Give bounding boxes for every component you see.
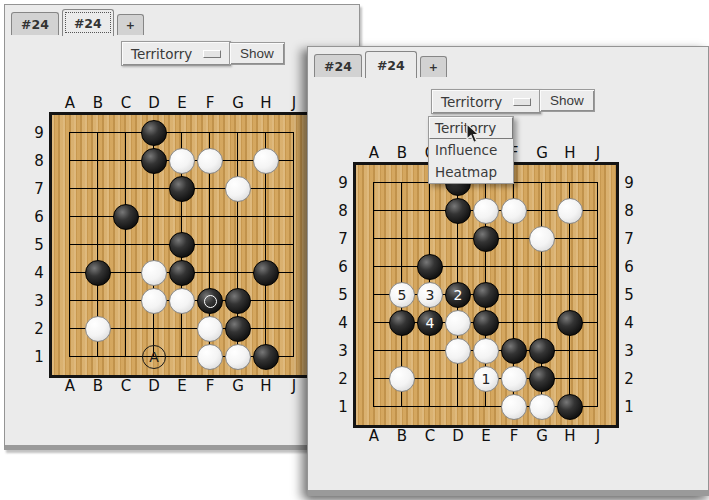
stone-white-B5: 5 — [389, 282, 415, 308]
stone-black-D8 — [445, 198, 471, 224]
tab-24-first[interactable]: #24 — [314, 54, 362, 77]
stone-white-D3 — [141, 288, 167, 314]
stone-black-E7 — [169, 176, 195, 202]
show-button[interactable]: Show — [539, 89, 595, 112]
point-C2[interactable] — [416, 365, 444, 393]
coord-label-C: C — [416, 428, 444, 445]
stone-white-B2 — [85, 316, 111, 342]
point-H6[interactable] — [556, 253, 584, 281]
point-A9[interactable] — [360, 169, 388, 197]
stone-white-H8 — [253, 148, 279, 174]
point-J6[interactable] — [584, 253, 612, 281]
point-D4[interactable] — [444, 309, 472, 337]
point-J2[interactable] — [584, 365, 612, 393]
point-E3[interactable] — [472, 337, 500, 365]
point-B4[interactable] — [388, 309, 416, 337]
stone-white-B2 — [389, 366, 415, 392]
move-number-label-C5: 3 — [426, 287, 435, 303]
point-F3[interactable] — [500, 337, 528, 365]
coord-label-7: 7 — [29, 175, 49, 203]
point-J9[interactable] — [584, 169, 612, 197]
point-H9[interactable] — [252, 119, 280, 147]
point-F8[interactable] — [500, 197, 528, 225]
column-labels-bottom: ABCDEFGHJ — [56, 378, 335, 395]
coord-label-7: 7 — [619, 225, 639, 253]
point-A2[interactable] — [56, 315, 84, 343]
stone-black-C4: 4 — [417, 310, 443, 336]
coord-label-J: J — [280, 95, 308, 112]
point-D6[interactable] — [140, 203, 168, 231]
coord-label-2: 2 — [29, 315, 49, 343]
stone-white-F1 — [197, 344, 223, 370]
point-D5[interactable]: 2 — [444, 281, 472, 309]
point-A7[interactable] — [360, 225, 388, 253]
point-D8[interactable] — [140, 147, 168, 175]
row-labels-right: 987654321 — [619, 162, 639, 421]
stone-black-G2 — [225, 316, 251, 342]
point-F4[interactable] — [500, 309, 528, 337]
point-E5[interactable] — [472, 281, 500, 309]
coord-label-8: 8 — [29, 147, 49, 175]
move-number-label-C4: 4 — [426, 315, 435, 331]
point-C4[interactable] — [112, 259, 140, 287]
point-B5[interactable] — [84, 231, 112, 259]
point-E1[interactable] — [168, 343, 196, 371]
point-C5[interactable] — [112, 231, 140, 259]
point-F5[interactable] — [500, 281, 528, 309]
point-D1[interactable] — [444, 393, 472, 421]
stone-black-C6 — [417, 254, 443, 280]
tab-bar: #24#24+ — [308, 47, 708, 76]
point-B4[interactable] — [84, 259, 112, 287]
coord-label-A: A — [360, 145, 388, 162]
column-labels-top: ABCDEFGHJ — [56, 95, 335, 112]
tab-24-first[interactable]: #24 — [11, 12, 59, 35]
point-F2[interactable] — [196, 315, 224, 343]
coord-label-7: 7 — [333, 225, 353, 253]
point-D9[interactable] — [140, 119, 168, 147]
show-button[interactable]: Show — [229, 42, 285, 65]
point-H7[interactable] — [252, 175, 280, 203]
point-J1[interactable] — [584, 393, 612, 421]
point-A6[interactable] — [56, 203, 84, 231]
point-A9[interactable] — [56, 119, 84, 147]
point-H5[interactable] — [252, 231, 280, 259]
stone-white-D4 — [445, 310, 471, 336]
point-D2[interactable] — [444, 365, 472, 393]
point-F1[interactable] — [196, 343, 224, 371]
point-B1[interactable] — [84, 343, 112, 371]
point-J8[interactable] — [280, 147, 308, 175]
point-C2[interactable] — [112, 315, 140, 343]
point-G5[interactable] — [528, 281, 556, 309]
coord-label-A: A — [360, 428, 388, 445]
tab-24-second-active[interactable]: #24 — [62, 9, 114, 36]
tab-24-second-active[interactable]: #24 — [365, 51, 417, 78]
point-C4[interactable]: 4 — [416, 309, 444, 337]
point-B6[interactable] — [84, 203, 112, 231]
coord-label-G: G — [528, 428, 556, 445]
stone-black-B4 — [389, 310, 415, 336]
stone-black-G2 — [529, 366, 555, 392]
column-labels-bottom: ABCDEFGHJ — [360, 428, 639, 445]
point-J1[interactable] — [280, 343, 308, 371]
point-A7[interactable] — [56, 175, 84, 203]
coord-label-6: 6 — [333, 253, 353, 281]
point-E7[interactable] — [168, 175, 196, 203]
point-G8[interactable] — [528, 197, 556, 225]
point-G8[interactable] — [224, 147, 252, 175]
point-H4[interactable] — [252, 259, 280, 287]
point-E8[interactable] — [472, 197, 500, 225]
point-J2[interactable] — [280, 315, 308, 343]
point-H9[interactable] — [556, 169, 584, 197]
point-B3[interactable] — [84, 287, 112, 315]
coord-label-1: 1 — [29, 343, 49, 371]
go-board-back: ABCDEFGHJ 987654321 A 987654321 ABCDEFGH… — [29, 95, 335, 395]
point-E3[interactable] — [168, 287, 196, 315]
stone-white-E3 — [473, 338, 499, 364]
point-G6[interactable] — [224, 203, 252, 231]
point-J4[interactable] — [280, 259, 308, 287]
territory-dropdown-value: Territorry — [441, 94, 502, 110]
coord-label-8: 8 — [619, 197, 639, 225]
stone-white-D3 — [445, 338, 471, 364]
coord-label-E: E — [168, 95, 196, 112]
stone-black-E7 — [473, 226, 499, 252]
point-D4[interactable] — [140, 259, 168, 287]
point-A4[interactable] — [56, 259, 84, 287]
point-H1[interactable] — [252, 343, 280, 371]
territory-dropdown-value: Territorry — [131, 46, 192, 62]
point-J7[interactable] — [584, 225, 612, 253]
point-F3[interactable] — [196, 287, 224, 315]
coord-label-2: 2 — [333, 365, 353, 393]
point-B2[interactable] — [84, 315, 112, 343]
stone-black-E4 — [473, 310, 499, 336]
point-B7[interactable] — [84, 175, 112, 203]
point-G1[interactable] — [528, 393, 556, 421]
point-B6[interactable] — [388, 253, 416, 281]
point-G4[interactable] — [224, 259, 252, 287]
stone-black-C6 — [113, 204, 139, 230]
point-A2[interactable] — [360, 365, 388, 393]
point-J3[interactable] — [584, 337, 612, 365]
stone-white-F1 — [501, 394, 527, 420]
stone-white-F2 — [197, 316, 223, 342]
point-H7[interactable] — [556, 225, 584, 253]
point-H8[interactable] — [252, 147, 280, 175]
point-F4[interactable] — [196, 259, 224, 287]
point-H6[interactable] — [252, 203, 280, 231]
point-J8[interactable] — [584, 197, 612, 225]
stone-black-G3 — [529, 338, 555, 364]
coord-label-3: 3 — [29, 287, 49, 315]
point-H3[interactable] — [556, 337, 584, 365]
point-G3[interactable] — [224, 287, 252, 315]
point-D3[interactable] — [444, 337, 472, 365]
coord-label-C: C — [112, 95, 140, 112]
coord-label-6: 6 — [29, 203, 49, 231]
stone-white-E8 — [169, 148, 195, 174]
stone-white-F8 — [501, 198, 527, 224]
stone-black-H1 — [557, 394, 583, 420]
stone-white-G1 — [529, 394, 555, 420]
coord-label-2: 2 — [619, 365, 639, 393]
point-J5[interactable] — [280, 231, 308, 259]
point-G7[interactable] — [528, 225, 556, 253]
coord-label-4: 4 — [29, 259, 49, 287]
move-number-label-D5: 2 — [454, 287, 463, 303]
point-G9[interactable] — [528, 169, 556, 197]
point-E7[interactable] — [472, 225, 500, 253]
point-B9[interactable] — [388, 169, 416, 197]
point-A3[interactable] — [360, 337, 388, 365]
stone-white-E3 — [169, 288, 195, 314]
coord-label-B: B — [388, 428, 416, 445]
point-C6[interactable] — [416, 253, 444, 281]
point-F9[interactable] — [196, 119, 224, 147]
stone-black-H4 — [557, 310, 583, 336]
stone-white-F8 — [197, 148, 223, 174]
stone-white-G7 — [529, 226, 555, 252]
point-G5[interactable] — [224, 231, 252, 259]
stone-black-F3 — [197, 288, 223, 314]
coord-label-J: J — [584, 428, 612, 445]
stone-white-G7 — [225, 176, 251, 202]
coord-label-8: 8 — [333, 197, 353, 225]
point-C1[interactable] — [416, 393, 444, 421]
point-F6[interactable] — [196, 203, 224, 231]
coord-label-E: E — [168, 378, 196, 395]
point-B2[interactable] — [388, 365, 416, 393]
stone-black-B4 — [85, 260, 111, 286]
stone-black-E5 — [473, 282, 499, 308]
point-A8[interactable] — [360, 197, 388, 225]
point-A4[interactable] — [360, 309, 388, 337]
stone-black-D9 — [141, 120, 167, 146]
coord-label-A: A — [56, 378, 84, 395]
point-D2[interactable] — [140, 315, 168, 343]
coord-label-D: D — [444, 428, 472, 445]
point-H8[interactable] — [556, 197, 584, 225]
move-number-label-E2: 1 — [482, 371, 491, 387]
coord-label-9: 9 — [29, 119, 49, 147]
stone-white-H8 — [557, 198, 583, 224]
stone-black-E4 — [169, 260, 195, 286]
coord-label-5: 5 — [333, 281, 353, 309]
point-B7[interactable] — [388, 225, 416, 253]
coord-label-1: 1 — [333, 393, 353, 421]
stone-white-E8 — [473, 198, 499, 224]
stone-white-E2: 1 — [473, 366, 499, 392]
coord-label-H: H — [556, 145, 584, 162]
coord-label-D: D — [140, 378, 168, 395]
point-C3[interactable] — [112, 287, 140, 315]
tab-new-plus[interactable]: + — [117, 14, 144, 35]
coord-label-A: A — [56, 95, 84, 112]
point-G2[interactable] — [224, 315, 252, 343]
point-G4[interactable] — [528, 309, 556, 337]
point-C1[interactable] — [112, 343, 140, 371]
stone-black-H4 — [253, 260, 279, 286]
point-F6[interactable] — [500, 253, 528, 281]
coord-label-E: E — [472, 428, 500, 445]
point-J6[interactable] — [280, 203, 308, 231]
point-C6[interactable] — [112, 203, 140, 231]
coord-label-C: C — [112, 378, 140, 395]
point-A8[interactable] — [56, 147, 84, 175]
point-C9[interactable] — [112, 119, 140, 147]
goban-grid: A — [49, 112, 315, 378]
coord-label-D: D — [140, 95, 168, 112]
point-F8[interactable] — [196, 147, 224, 175]
point-E1[interactable] — [472, 393, 500, 421]
point-A1[interactable] — [360, 393, 388, 421]
point-G1[interactable] — [224, 343, 252, 371]
point-G7[interactable] — [224, 175, 252, 203]
point-E4[interactable] — [168, 259, 196, 287]
stone-black-H1 — [253, 344, 279, 370]
point-J5[interactable] — [584, 281, 612, 309]
point-D7[interactable] — [444, 225, 472, 253]
coord-label-F: F — [500, 428, 528, 445]
point-H5[interactable] — [556, 281, 584, 309]
stone-white-D4 — [141, 260, 167, 286]
coord-label-4: 4 — [333, 309, 353, 337]
point-E8[interactable] — [168, 147, 196, 175]
coord-label-5: 5 — [29, 231, 49, 259]
coord-label-G: G — [528, 145, 556, 162]
coord-label-4: 4 — [619, 309, 639, 337]
territory-dropdown[interactable]: Territorry — [121, 41, 231, 66]
letter-annotation-D1: A — [142, 345, 166, 369]
stone-black-D5: 2 — [445, 282, 471, 308]
mouse-cursor-arrow-icon — [466, 123, 486, 145]
point-C7[interactable] — [112, 175, 140, 203]
point-H4[interactable] — [556, 309, 584, 337]
goban-grid: 53241 — [353, 162, 619, 428]
point-C3[interactable] — [416, 337, 444, 365]
point-E6[interactable] — [472, 253, 500, 281]
coord-label-F: F — [196, 378, 224, 395]
go-app-window-front: #24#24+ Territorry Show Territorry Influ… — [307, 46, 709, 496]
point-J4[interactable] — [584, 309, 612, 337]
stone-white-G1 — [225, 344, 251, 370]
point-C8[interactable] — [112, 147, 140, 175]
coord-label-F: F — [196, 95, 224, 112]
point-J7[interactable] — [280, 175, 308, 203]
coord-label-J: J — [584, 145, 612, 162]
point-A5[interactable] — [360, 281, 388, 309]
point-D7[interactable] — [140, 175, 168, 203]
point-E2[interactable]: 1 — [472, 365, 500, 393]
point-E4[interactable] — [472, 309, 500, 337]
point-B3[interactable] — [388, 337, 416, 365]
point-F7[interactable] — [196, 175, 224, 203]
point-A6[interactable] — [360, 253, 388, 281]
point-C7[interactable] — [416, 225, 444, 253]
stone-black-E5 — [169, 232, 195, 258]
point-C5[interactable]: 3 — [416, 281, 444, 309]
coord-label-5: 5 — [619, 281, 639, 309]
point-G2[interactable] — [528, 365, 556, 393]
go-board-front: ABCDEFGHJ 987654321 53241 987654321 ABCD… — [333, 145, 639, 445]
move-number-label-B5: 5 — [398, 287, 407, 303]
coord-label-G: G — [224, 95, 252, 112]
point-E5[interactable] — [168, 231, 196, 259]
point-H1[interactable] — [556, 393, 584, 421]
point-G9[interactable] — [224, 119, 252, 147]
coord-label-9: 9 — [333, 169, 353, 197]
stone-black-G3 — [225, 288, 251, 314]
point-D5[interactable] — [140, 231, 168, 259]
point-G6[interactable] — [528, 253, 556, 281]
coord-label-9: 9 — [619, 169, 639, 197]
menu-item-heatmap[interactable]: Heatmap — [429, 161, 513, 183]
point-F2[interactable] — [500, 365, 528, 393]
point-F1[interactable] — [500, 393, 528, 421]
territory-dropdown[interactable]: Territorry — [431, 89, 541, 114]
point-B5[interactable]: 5 — [388, 281, 416, 309]
point-J9[interactable] — [280, 119, 308, 147]
point-E6[interactable] — [168, 203, 196, 231]
point-E9[interactable] — [168, 119, 196, 147]
stone-black-D8 — [141, 148, 167, 174]
point-A3[interactable] — [56, 287, 84, 315]
point-D1[interactable]: A — [140, 343, 168, 371]
coord-label-1: 1 — [619, 393, 639, 421]
coord-label-H: H — [556, 428, 584, 445]
point-J3[interactable] — [280, 287, 308, 315]
point-B9[interactable] — [84, 119, 112, 147]
point-B8[interactable] — [388, 197, 416, 225]
point-F5[interactable] — [196, 231, 224, 259]
point-H2[interactable] — [252, 315, 280, 343]
coord-label-B: B — [84, 95, 112, 112]
point-F7[interactable] — [500, 225, 528, 253]
coord-label-6: 6 — [619, 253, 639, 281]
point-A5[interactable] — [56, 231, 84, 259]
point-H2[interactable] — [556, 365, 584, 393]
coord-label-J: J — [280, 378, 308, 395]
coord-label-G: G — [224, 378, 252, 395]
row-labels-left: 987654321 — [29, 112, 49, 371]
point-D3[interactable] — [140, 287, 168, 315]
coord-label-B: B — [388, 145, 416, 162]
tab-new-plus[interactable]: + — [420, 56, 447, 77]
point-D6[interactable] — [444, 253, 472, 281]
dropdown-indicator-icon — [513, 98, 531, 106]
point-A1[interactable] — [56, 343, 84, 371]
point-D8[interactable] — [444, 197, 472, 225]
point-C8[interactable] — [416, 197, 444, 225]
point-B1[interactable] — [388, 393, 416, 421]
point-G3[interactable] — [528, 337, 556, 365]
coord-label-H: H — [252, 95, 280, 112]
stone-black-F3 — [501, 338, 527, 364]
point-E2[interactable] — [168, 315, 196, 343]
coord-label-3: 3 — [619, 337, 639, 365]
coord-label-3: 3 — [333, 337, 353, 365]
coord-label-H: H — [252, 378, 280, 395]
stone-white-C5: 3 — [417, 282, 443, 308]
point-B8[interactable] — [84, 147, 112, 175]
stone-white-F2 — [501, 366, 527, 392]
row-labels-left: 987654321 — [333, 162, 353, 421]
dropdown-indicator-icon — [203, 50, 221, 58]
point-H3[interactable] — [252, 287, 280, 315]
